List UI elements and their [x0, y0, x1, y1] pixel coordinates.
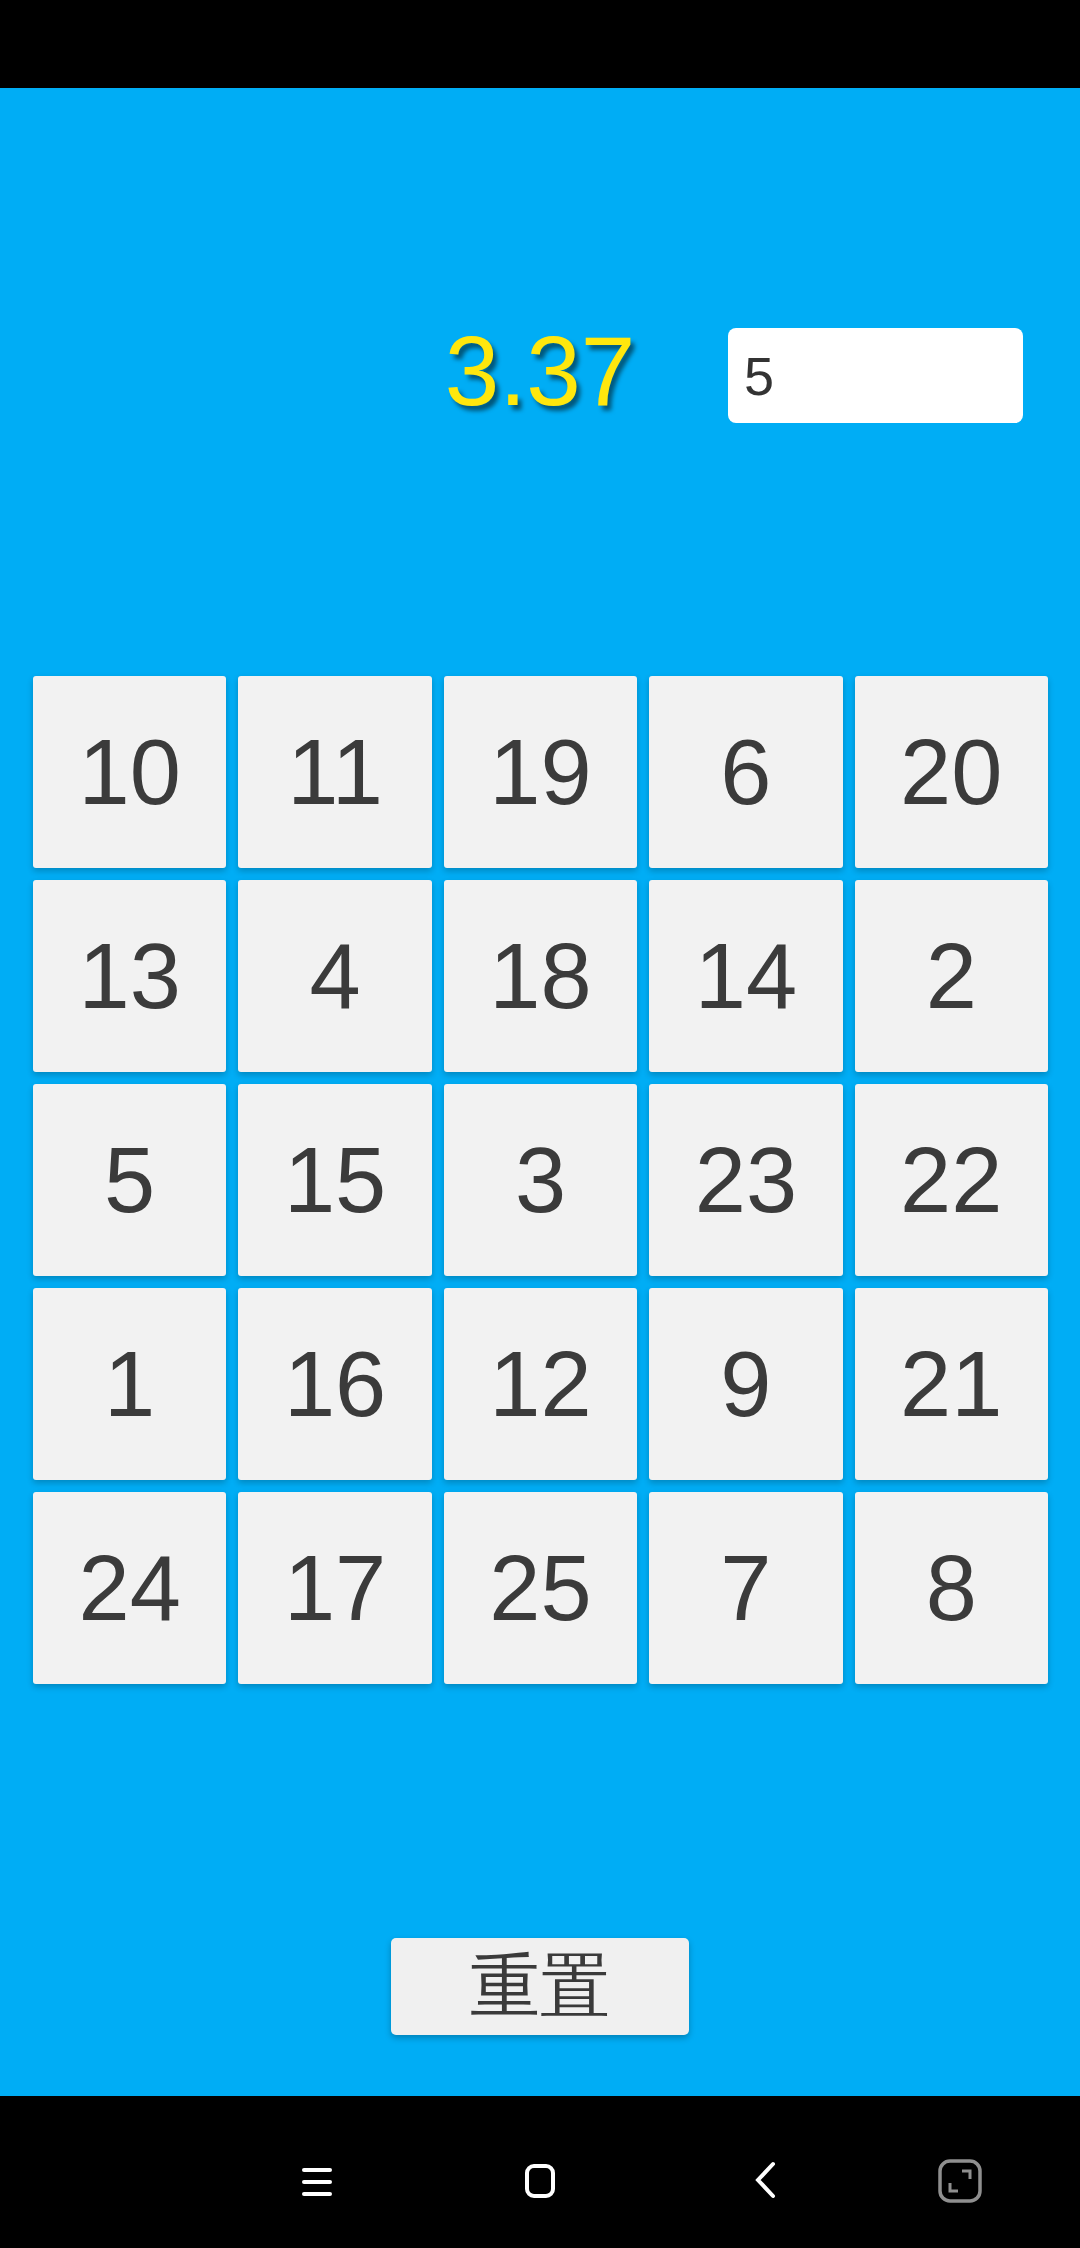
- app-screen: 3.37 10 11 19 6 20 13 4 18 14 2 5 15 3 2…: [0, 88, 1080, 2096]
- grid-tile[interactable]: 8: [855, 1492, 1048, 1684]
- grid-tile[interactable]: 9: [649, 1288, 842, 1480]
- nav-bar: [0, 2096, 1080, 2248]
- grid-tile[interactable]: 17: [238, 1492, 431, 1684]
- grid-tile[interactable]: 21: [855, 1288, 1048, 1480]
- grid-tile[interactable]: 18: [444, 880, 637, 1072]
- grid-tile[interactable]: 22: [855, 1084, 1048, 1276]
- status-bar: [0, 0, 1080, 88]
- reset-button[interactable]: 重置: [391, 1938, 689, 2035]
- answer-input[interactable]: [728, 328, 1023, 423]
- home-icon[interactable]: [525, 2164, 555, 2198]
- screenshot-icon[interactable]: [938, 2159, 982, 2203]
- grid-tile[interactable]: 4: [238, 880, 431, 1072]
- grid-tile[interactable]: 1: [33, 1288, 226, 1480]
- grid-tile[interactable]: 6: [649, 676, 842, 868]
- grid-tile[interactable]: 25: [444, 1492, 637, 1684]
- grid-tile[interactable]: 11: [238, 676, 431, 868]
- grid-tile[interactable]: 5: [33, 1084, 226, 1276]
- grid-tile[interactable]: 3: [444, 1084, 637, 1276]
- grid-tile[interactable]: 24: [33, 1492, 226, 1684]
- back-icon[interactable]: [752, 2160, 778, 2200]
- grid-tile[interactable]: 2: [855, 880, 1048, 1072]
- grid-tile[interactable]: 14: [649, 880, 842, 1072]
- grid-tile[interactable]: 15: [238, 1084, 431, 1276]
- grid-tile[interactable]: 23: [649, 1084, 842, 1276]
- grid-tile[interactable]: 16: [238, 1288, 431, 1480]
- grid-tile[interactable]: 19: [444, 676, 637, 868]
- grid-tile[interactable]: 13: [33, 880, 226, 1072]
- menu-icon[interactable]: [302, 2168, 332, 2196]
- grid-tile[interactable]: 20: [855, 676, 1048, 868]
- grid-tile[interactable]: 10: [33, 676, 226, 868]
- grid-tile[interactable]: 7: [649, 1492, 842, 1684]
- schulte-grid: 10 11 19 6 20 13 4 18 14 2 5 15 3 23 22 …: [33, 676, 1048, 1684]
- grid-tile[interactable]: 12: [444, 1288, 637, 1480]
